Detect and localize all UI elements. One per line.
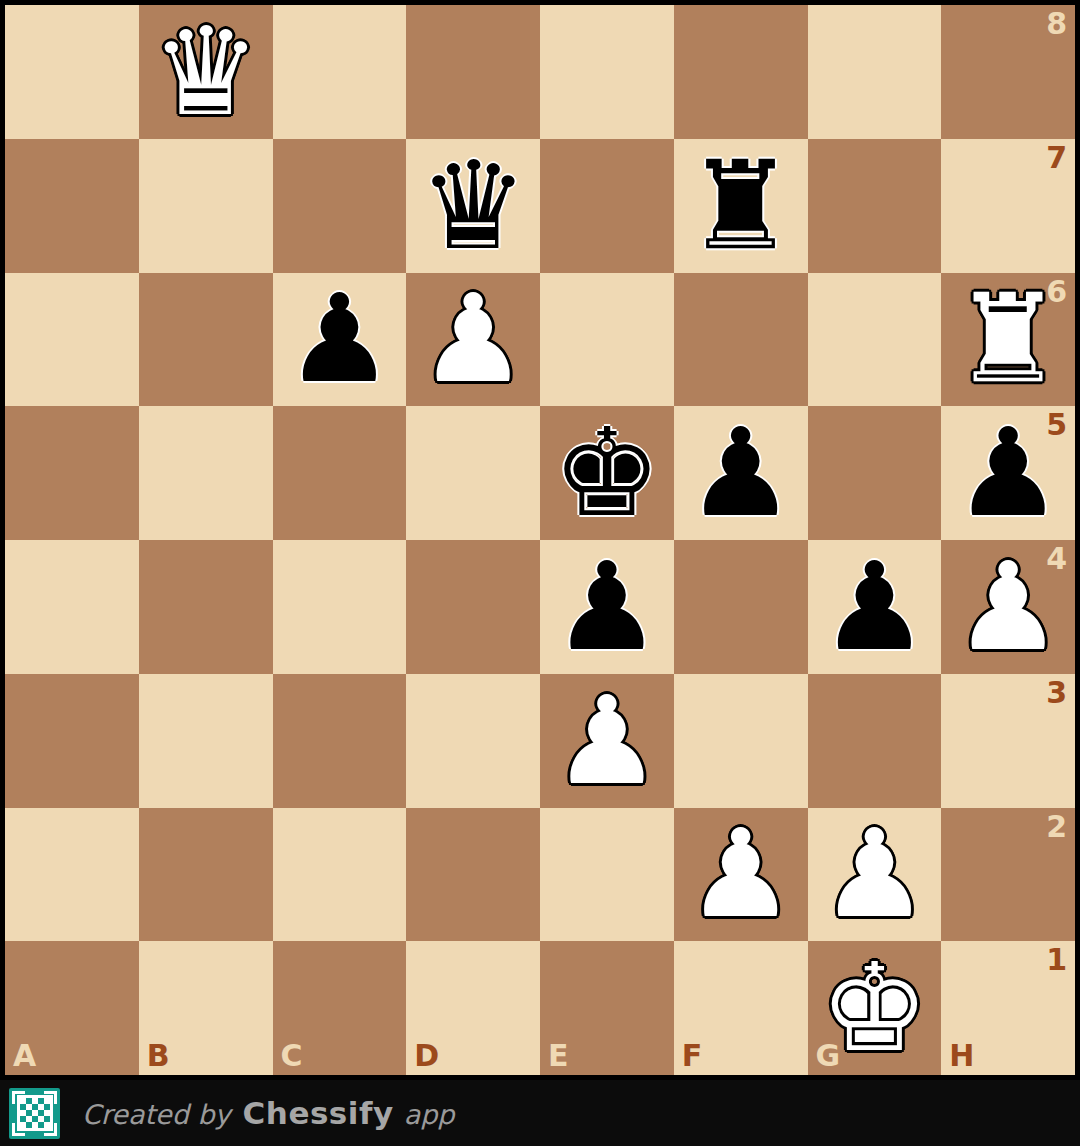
- file-label-h: H: [949, 1041, 974, 1071]
- square-g3[interactable]: [808, 674, 942, 808]
- square-e8[interactable]: [540, 5, 674, 139]
- square-e3[interactable]: ♟: [540, 674, 674, 808]
- credit-text: Created by Chessify app: [82, 1095, 454, 1131]
- square-f4[interactable]: [674, 540, 808, 674]
- black-pawn: ♟: [552, 546, 661, 668]
- rank-label-8: 8: [1046, 9, 1067, 39]
- square-h1[interactable]: 1H: [941, 941, 1075, 1075]
- square-g7[interactable]: [808, 139, 942, 273]
- square-f3[interactable]: [674, 674, 808, 808]
- square-f7[interactable]: ♜: [674, 139, 808, 273]
- square-g6[interactable]: [808, 273, 942, 407]
- white-pawn: ♟: [953, 546, 1062, 668]
- white-king: ♚: [820, 947, 929, 1069]
- square-f8[interactable]: [674, 5, 808, 139]
- square-b3[interactable]: [139, 674, 273, 808]
- square-b1[interactable]: B: [139, 941, 273, 1075]
- square-e4[interactable]: ♟: [540, 540, 674, 674]
- square-h8[interactable]: 8: [941, 5, 1075, 139]
- square-g5[interactable]: [808, 406, 942, 540]
- white-pawn: ♟: [418, 278, 527, 400]
- black-pawn: ♟: [953, 412, 1062, 534]
- square-a4[interactable]: [5, 540, 139, 674]
- file-label-e: E: [548, 1041, 569, 1071]
- square-d7[interactable]: ♛: [406, 139, 540, 273]
- black-pawn: ♟: [686, 412, 795, 534]
- credit-suffix-text: app: [404, 1099, 455, 1130]
- square-f1[interactable]: F: [674, 941, 808, 1075]
- square-c3[interactable]: [273, 674, 407, 808]
- square-f5[interactable]: ♟: [674, 406, 808, 540]
- white-pawn: ♟: [820, 813, 929, 935]
- chessify-diagram-page: ♛8♛♜7♟♟6♜♚♟5♟♟♟4♟♟3♟♟2ABCDEFG♚1H Created…: [0, 0, 1080, 1146]
- square-h5[interactable]: 5♟: [941, 406, 1075, 540]
- white-rook: ♜: [953, 278, 1062, 400]
- square-c8[interactable]: [273, 5, 407, 139]
- square-a6[interactable]: [5, 273, 139, 407]
- square-b7[interactable]: [139, 139, 273, 273]
- black-pawn: ♟: [820, 546, 929, 668]
- square-e7[interactable]: [540, 139, 674, 273]
- logo-corner-bracket-icon: [12, 1123, 25, 1136]
- rank-label-1: 1: [1046, 945, 1067, 975]
- square-g8[interactable]: [808, 5, 942, 139]
- file-label-c: C: [281, 1041, 303, 1071]
- brand-name-text: Chessify: [243, 1095, 394, 1131]
- white-queen: ♛: [151, 11, 260, 133]
- square-d8[interactable]: [406, 5, 540, 139]
- square-g2[interactable]: ♟: [808, 808, 942, 942]
- square-b4[interactable]: [139, 540, 273, 674]
- file-label-d: D: [414, 1041, 439, 1071]
- chess-board: ♛8♛♜7♟♟6♜♚♟5♟♟♟4♟♟3♟♟2ABCDEFG♚1H: [5, 5, 1075, 1075]
- square-f2[interactable]: ♟: [674, 808, 808, 942]
- square-c2[interactable]: [273, 808, 407, 942]
- square-c6[interactable]: ♟: [273, 273, 407, 407]
- square-b2[interactable]: [139, 808, 273, 942]
- white-pawn: ♟: [686, 813, 795, 935]
- square-h7[interactable]: 7: [941, 139, 1075, 273]
- rank-label-2: 2: [1046, 812, 1067, 842]
- square-a5[interactable]: [5, 406, 139, 540]
- rank-label-3: 3: [1046, 678, 1067, 708]
- square-a8[interactable]: [5, 5, 139, 139]
- square-b8[interactable]: ♛: [139, 5, 273, 139]
- logo-corner-bracket-icon: [44, 1091, 57, 1104]
- square-e2[interactable]: [540, 808, 674, 942]
- credit-prefix-text: Created by: [82, 1099, 231, 1130]
- square-d5[interactable]: [406, 406, 540, 540]
- logo-corner-bracket-icon: [12, 1091, 25, 1104]
- square-h6[interactable]: 6♜: [941, 273, 1075, 407]
- square-a3[interactable]: [5, 674, 139, 808]
- square-c4[interactable]: [273, 540, 407, 674]
- square-d6[interactable]: ♟: [406, 273, 540, 407]
- footer-credit-bar: Created by Chessify app: [0, 1080, 1080, 1146]
- square-c1[interactable]: C: [273, 941, 407, 1075]
- square-f6[interactable]: [674, 273, 808, 407]
- square-d1[interactable]: D: [406, 941, 540, 1075]
- square-b6[interactable]: [139, 273, 273, 407]
- logo-corner-bracket-icon: [44, 1123, 57, 1136]
- chess-board-frame: ♛8♛♜7♟♟6♜♚♟5♟♟♟4♟♟3♟♟2ABCDEFG♚1H: [0, 0, 1080, 1080]
- white-pawn: ♟: [552, 680, 661, 802]
- black-queen: ♛: [418, 145, 527, 267]
- square-a7[interactable]: [5, 139, 139, 273]
- square-d4[interactable]: [406, 540, 540, 674]
- square-e5[interactable]: ♚: [540, 406, 674, 540]
- square-c5[interactable]: [273, 406, 407, 540]
- black-pawn: ♟: [285, 278, 394, 400]
- black-rook: ♜: [686, 145, 795, 267]
- square-d2[interactable]: [406, 808, 540, 942]
- square-a2[interactable]: [5, 808, 139, 942]
- square-h2[interactable]: 2: [941, 808, 1075, 942]
- square-h4[interactable]: 4♟: [941, 540, 1075, 674]
- rank-label-7: 7: [1046, 143, 1067, 173]
- square-e1[interactable]: E: [540, 941, 674, 1075]
- square-a1[interactable]: A: [5, 941, 139, 1075]
- square-d3[interactable]: [406, 674, 540, 808]
- square-g1[interactable]: G♚: [808, 941, 942, 1075]
- square-g4[interactable]: ♟: [808, 540, 942, 674]
- square-e6[interactable]: [540, 273, 674, 407]
- square-b5[interactable]: [139, 406, 273, 540]
- chessify-checkerboard-logo-icon: [9, 1088, 60, 1139]
- square-c7[interactable]: [273, 139, 407, 273]
- file-label-b: B: [147, 1041, 170, 1071]
- file-label-f: F: [682, 1041, 703, 1071]
- black-king: ♚: [552, 412, 661, 534]
- square-h3[interactable]: 3: [941, 674, 1075, 808]
- file-label-a: A: [13, 1041, 36, 1071]
